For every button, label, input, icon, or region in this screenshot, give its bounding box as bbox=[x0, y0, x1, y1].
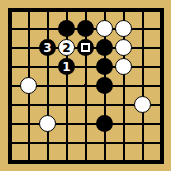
stone-white[interactable] bbox=[115, 20, 132, 37]
move-number: 1 bbox=[62, 61, 70, 73]
stone-black[interactable] bbox=[96, 77, 113, 94]
stone-black[interactable] bbox=[96, 58, 113, 75]
stone-black-marked[interactable] bbox=[77, 39, 94, 56]
stone-white-move-2[interactable]: 2 bbox=[58, 39, 75, 56]
move-number: 2 bbox=[62, 42, 70, 54]
stone-black-move-3[interactable]: 3 bbox=[39, 39, 56, 56]
stone-black-move-1[interactable]: 1 bbox=[58, 58, 75, 75]
star-point bbox=[84, 84, 87, 87]
move-number: 3 bbox=[43, 42, 51, 54]
stone-white[interactable] bbox=[20, 77, 37, 94]
stone-black[interactable] bbox=[96, 115, 113, 132]
square-marker-icon bbox=[81, 43, 90, 52]
stone-black[interactable] bbox=[96, 39, 113, 56]
stone-black[interactable] bbox=[77, 20, 94, 37]
stone-white[interactable] bbox=[39, 115, 56, 132]
stone-black[interactable] bbox=[58, 20, 75, 37]
stone-white[interactable] bbox=[115, 58, 132, 75]
stone-white[interactable] bbox=[115, 39, 132, 56]
stone-white[interactable] bbox=[134, 96, 151, 113]
stone-white[interactable] bbox=[96, 20, 113, 37]
go-board-diagram: 321 bbox=[0, 0, 171, 171]
